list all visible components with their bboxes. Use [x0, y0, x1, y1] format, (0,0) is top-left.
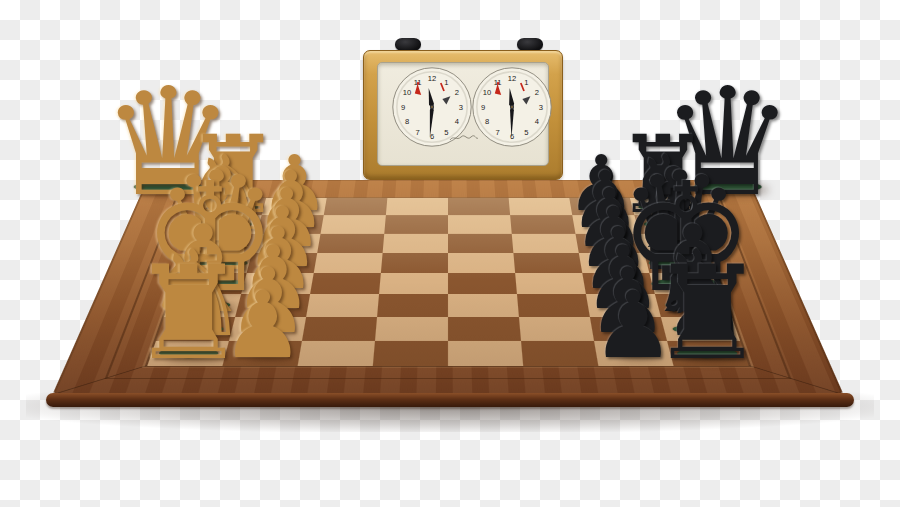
square-h4[interactable]	[373, 341, 448, 366]
board-front-edge	[46, 393, 854, 407]
square-b3[interactable]	[321, 215, 386, 233]
square-b4[interactable]	[384, 215, 448, 233]
square-a5[interactable]	[448, 198, 510, 215]
square-d5[interactable]	[448, 253, 515, 273]
square-c6[interactable]	[512, 234, 579, 253]
square-e4[interactable]	[379, 273, 448, 294]
square-a4[interactable]	[386, 198, 448, 215]
square-d3[interactable]	[314, 253, 383, 273]
square-c3[interactable]	[317, 234, 384, 253]
square-d6[interactable]	[513, 253, 582, 273]
square-c4[interactable]	[383, 234, 448, 253]
square-f6[interactable]	[517, 294, 590, 317]
square-f5[interactable]	[448, 294, 519, 317]
square-a3[interactable]	[324, 198, 388, 215]
square-e5[interactable]	[448, 273, 517, 294]
square-d4[interactable]	[381, 253, 448, 273]
square-e6[interactable]	[515, 273, 586, 294]
square-f3[interactable]	[306, 294, 379, 317]
black-pawn-h7[interactable]: ♟	[592, 279, 675, 372]
square-g3[interactable]	[302, 317, 377, 341]
square-a6[interactable]	[509, 198, 573, 215]
square-c5[interactable]	[448, 234, 513, 253]
square-g4[interactable]	[375, 317, 448, 341]
square-g5[interactable]	[448, 317, 521, 341]
white-rook-h1[interactable]: ♜	[131, 249, 247, 379]
square-h3[interactable]	[298, 341, 375, 366]
square-h5[interactable]	[448, 341, 523, 366]
square-b5[interactable]	[448, 215, 512, 233]
scene: 121234567891011 121234567891011	[0, 0, 900, 507]
square-b6[interactable]	[510, 215, 575, 233]
square-e3[interactable]	[310, 273, 381, 294]
square-f4[interactable]	[377, 294, 448, 317]
